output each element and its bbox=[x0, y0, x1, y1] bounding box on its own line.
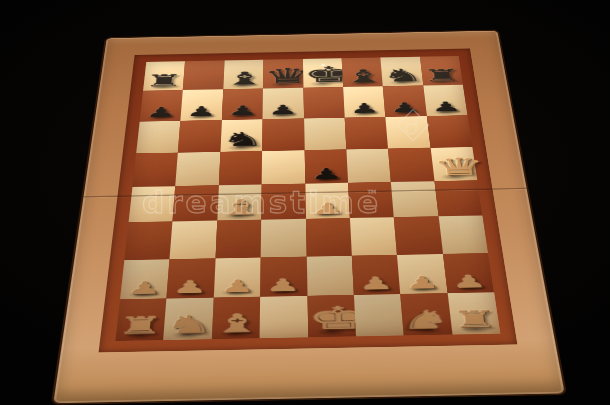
square-a6 bbox=[136, 121, 181, 154]
white-pawn-b2: ♟ bbox=[167, 278, 214, 295]
white-pawn-h2: ♟ bbox=[445, 273, 494, 290]
square-f8: ♝ bbox=[342, 57, 383, 87]
square-b6 bbox=[178, 120, 221, 153]
white-pawn-c2: ♟ bbox=[214, 277, 261, 294]
white-pawn-a2: ♟ bbox=[120, 279, 168, 296]
chess-board: ♜♝♛♚♝♞♜♟♟♟♟♟♟♟♞♟♛♝♟♟♟♟♟♟♟♟♜♞♝♚♞♜ bbox=[51, 30, 568, 405]
square-d1 bbox=[260, 296, 308, 339]
square-g6 bbox=[386, 116, 431, 149]
white-pawn-g2: ♟ bbox=[399, 274, 447, 291]
square-f1 bbox=[354, 294, 404, 337]
square-b3 bbox=[170, 221, 217, 259]
square-e2 bbox=[306, 255, 353, 295]
black-bishop-f8: ♝ bbox=[342, 67, 383, 84]
board-tilt-wrapper: ♜♝♛♚♝♞♜♟♟♟♟♟♟♟♞♟♛♝♟♟♟♟♟♟♟♟♜♞♝♚♞♜ bbox=[0, 0, 610, 405]
black-rook-h8: ♜ bbox=[421, 67, 463, 83]
square-c1: ♝ bbox=[212, 297, 261, 340]
square-f4 bbox=[348, 182, 394, 218]
white-pawn-f2: ♟ bbox=[353, 275, 400, 292]
white-pawn-e4: ♟ bbox=[305, 201, 349, 216]
square-h1: ♜ bbox=[447, 292, 500, 334]
white-rook-h1: ♜ bbox=[449, 308, 500, 331]
square-e6 bbox=[304, 117, 347, 150]
square-e3 bbox=[306, 218, 352, 256]
square-b1: ♞ bbox=[164, 298, 214, 341]
black-knight-c6: ♞ bbox=[220, 130, 262, 149]
white-bishop-c1: ♝ bbox=[212, 311, 260, 336]
square-h2: ♟ bbox=[443, 253, 494, 293]
white-knight-g1: ♞ bbox=[402, 307, 452, 332]
white-king-e1: ♚ bbox=[307, 304, 356, 335]
board-scene: ♜♝♛♚♝♞♜♟♟♟♟♟♟♟♞♟♛♝♟♟♟♟♟♟♟♟♜♞♝♚♞♜ bbox=[76, 0, 534, 405]
square-e8: ♚ bbox=[302, 58, 343, 88]
square-a8: ♜ bbox=[143, 61, 185, 91]
square-c3 bbox=[215, 220, 261, 258]
square-d8: ♛ bbox=[263, 59, 303, 89]
square-h7: ♟ bbox=[423, 85, 468, 116]
square-d3 bbox=[261, 219, 306, 257]
square-g1: ♞ bbox=[401, 293, 453, 336]
square-h8: ♜ bbox=[420, 56, 463, 86]
square-d5 bbox=[262, 150, 305, 184]
black-pawn-a7: ♟ bbox=[140, 106, 182, 119]
square-a1: ♜ bbox=[115, 298, 166, 341]
square-e1: ♚ bbox=[307, 295, 356, 338]
black-pawn-c7: ♟ bbox=[222, 104, 263, 117]
square-f2: ♟ bbox=[352, 255, 401, 295]
square-g4 bbox=[391, 181, 438, 217]
square-b8 bbox=[183, 60, 224, 90]
square-b7: ♟ bbox=[181, 89, 223, 120]
board-grid: ♜♝♛♚♝♞♜♟♟♟♟♟♟♟♞♟♛♝♟♟♟♟♟♟♟♟♜♞♝♚♞♜ bbox=[115, 56, 500, 341]
square-f7: ♟ bbox=[343, 86, 386, 117]
square-d2: ♟ bbox=[260, 256, 307, 296]
square-g2: ♟ bbox=[397, 254, 447, 294]
square-h4 bbox=[434, 180, 482, 216]
white-rook-a1: ♜ bbox=[116, 315, 166, 338]
white-queen-h5: ♛ bbox=[431, 155, 477, 179]
white-knight-b1: ♞ bbox=[164, 312, 213, 337]
black-rook-a8: ♜ bbox=[143, 73, 184, 89]
square-g7: ♟ bbox=[383, 86, 427, 117]
square-g3 bbox=[394, 216, 443, 254]
square-h3 bbox=[438, 216, 488, 254]
square-a2: ♟ bbox=[120, 259, 170, 299]
chess-photo: ♜♝♛♚♝♞♜♟♟♟♟♟♟♟♞♟♛♝♟♟♟♟♟♟♟♟♜♞♝♚♞♜ dreamst… bbox=[0, 0, 610, 405]
white-pawn-d2: ♟ bbox=[260, 277, 307, 294]
square-a3 bbox=[124, 222, 172, 260]
square-b2: ♟ bbox=[167, 258, 216, 298]
square-f3 bbox=[350, 217, 397, 255]
square-c2: ♟ bbox=[214, 257, 261, 297]
